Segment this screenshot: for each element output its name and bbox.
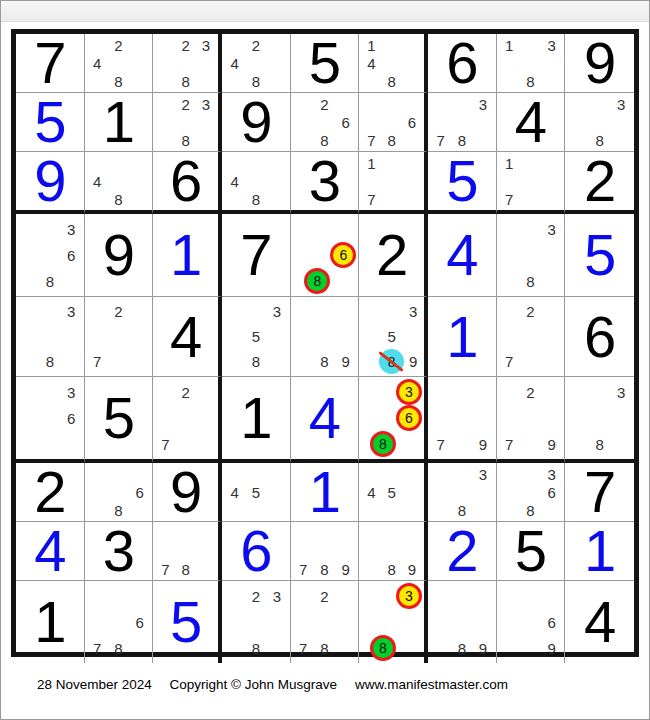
- candidate-slot-7: 7: [87, 635, 108, 661]
- candidate-8: 8: [181, 132, 189, 149]
- candidate-slot-1-empty: [499, 216, 520, 242]
- candidate-slot-6: 6: [129, 483, 150, 501]
- candidate-slot-1-empty: [155, 95, 175, 113]
- candidate-slot-5-empty: [314, 609, 335, 635]
- candidate-4: 4: [367, 484, 375, 501]
- cell-r8c5[interactable]: 789: [291, 522, 360, 581]
- solved-digit: 6: [240, 522, 271, 580]
- candidate-slot-1-empty: [87, 299, 108, 324]
- cell-r2c9[interactable]: 38: [565, 93, 634, 152]
- cell-r8c4[interactable]: 6: [222, 522, 291, 581]
- candidate-3: 3: [617, 96, 625, 113]
- candidate-slot-9: 9: [402, 560, 422, 578]
- cell-r3c5[interactable]: 3: [291, 152, 360, 214]
- candidate-slot-6: 6: [402, 113, 422, 131]
- candidate-1: 1: [505, 155, 513, 172]
- cell-r1c6[interactable]: 148: [359, 34, 428, 93]
- candidate-slot-1-empty: [430, 95, 451, 113]
- candidate-3: 3: [273, 303, 281, 320]
- candidate-slot-9-empty: [196, 431, 216, 457]
- candidate-7: 7: [93, 640, 101, 657]
- cell-r4c2[interactable]: 9: [85, 214, 154, 297]
- cell-r1c1[interactable]: 7: [16, 34, 85, 93]
- cell-r3c7[interactable]: 5: [428, 152, 497, 214]
- pencil-marks: 48: [85, 152, 153, 210]
- cell-r4c1[interactable]: 368: [16, 214, 85, 297]
- cell-r3c2[interactable]: 48: [85, 152, 154, 214]
- cell-r8c8[interactable]: 5: [497, 522, 566, 581]
- cell-r7c9[interactable]: 7: [565, 463, 634, 522]
- cell-r7c3[interactable]: 9: [153, 463, 222, 522]
- cell-r8c2[interactable]: 3: [85, 522, 154, 581]
- candidate-7: 7: [161, 561, 169, 578]
- candidate-slot-5-empty: [314, 324, 335, 349]
- candidate-slot-6-empty: [266, 324, 287, 349]
- cell-r6c9[interactable]: 38: [565, 377, 634, 463]
- candidate-1: 1: [505, 37, 513, 54]
- candidate-slot-8: 8: [39, 349, 60, 374]
- cell-r2c6[interactable]: 678: [359, 93, 428, 152]
- cell-r2c4[interactable]: 9: [222, 93, 291, 152]
- cell-r7c1[interactable]: 2: [16, 463, 85, 522]
- candidate-slot-6: 6: [60, 405, 81, 431]
- cell-r8c1[interactable]: 4: [16, 522, 85, 581]
- cell-r2c2[interactable]: 1: [85, 93, 154, 152]
- candidate-slot-2-empty: [382, 95, 402, 113]
- cell-r5c3[interactable]: 4: [153, 297, 222, 377]
- cell-r3c8[interactable]: 17: [497, 152, 566, 214]
- candidate-8: 8: [387, 561, 395, 578]
- pencil-marks: 38: [565, 93, 634, 151]
- candidate-slot-8: 8: [314, 131, 335, 149]
- pencil-marks: 148: [359, 34, 424, 92]
- candidate-slot-5-empty: [245, 54, 266, 72]
- candidate-6: 6: [67, 247, 75, 264]
- cell-r5c5[interactable]: 89: [291, 297, 360, 377]
- candidate-slot-2: 2: [108, 36, 129, 54]
- cell-r5c2[interactable]: 27: [85, 297, 154, 377]
- cell-r5c8[interactable]: 27: [497, 297, 566, 377]
- candidate-slot-7-empty: [87, 190, 108, 208]
- candidate-slot-4-empty: [499, 172, 520, 190]
- candidate-slot-8: 8: [176, 560, 196, 578]
- candidate-slot-6-empty: [196, 113, 216, 131]
- candidate-slot-2-empty: [108, 465, 129, 483]
- cell-r7c6[interactable]: 45: [359, 463, 428, 522]
- cell-r9c6[interactable]: 38: [359, 581, 428, 663]
- candidate-slot-3-empty: [541, 379, 562, 405]
- cell-r9c3[interactable]: 5: [153, 581, 222, 663]
- candidate-2: 2: [181, 37, 189, 54]
- cell-r7c4[interactable]: 45: [222, 463, 291, 522]
- cell-r8c9[interactable]: 1: [565, 522, 634, 581]
- cell-r2c3[interactable]: 238: [153, 93, 222, 152]
- candidate-slot-6-empty: [610, 405, 632, 431]
- cell-r9c8[interactable]: 69: [497, 581, 566, 663]
- candidate-8: 8: [320, 640, 328, 657]
- candidate-slot-1-empty: [361, 95, 381, 113]
- given-digit: 6: [584, 308, 615, 366]
- footer: 28 November 2024 Copyright © John Musgra…: [37, 677, 522, 692]
- cell-r6c4[interactable]: 1: [222, 377, 291, 463]
- candidate-4: 4: [93, 55, 101, 72]
- candidate-slot-8-empty: [520, 431, 541, 457]
- candidate-slot-9-empty: [335, 635, 356, 661]
- cell-r6c2[interactable]: 5: [85, 377, 154, 463]
- candidate-slot-4-empty: [87, 609, 108, 635]
- cell-r4c7[interactable]: 4: [428, 214, 497, 297]
- candidate-slot-4-empty: [155, 113, 175, 131]
- candidate-2: 2: [320, 96, 328, 113]
- cell-r4c9[interactable]: 5: [565, 214, 634, 297]
- candidate-3: 3: [617, 384, 625, 401]
- cell-r7c2[interactable]: 68: [85, 463, 154, 522]
- candidate-slot-6-empty: [266, 172, 287, 190]
- cell-r1c5[interactable]: 5: [291, 34, 360, 93]
- candidate-slot-2-empty: [382, 524, 402, 542]
- candidate-slot-7-empty: [18, 268, 39, 294]
- candidate-slot-3-empty: [129, 465, 150, 483]
- candidate-slot-5-empty: [520, 242, 541, 268]
- candidate-slot-5: 5: [245, 324, 266, 349]
- candidate-slot-9-empty: [541, 501, 562, 519]
- candidate-slot-6-empty: [402, 483, 422, 501]
- candidate-slot-3: 3: [472, 95, 493, 113]
- candidate-slot-4-empty: [293, 542, 314, 560]
- candidate-slot-3: 3: [396, 583, 422, 609]
- pencil-marks: 38: [16, 297, 84, 376]
- solved-digit: 5: [584, 226, 615, 284]
- candidate-slot-2: 2: [245, 583, 266, 609]
- cell-r3c1[interactable]: 9: [16, 152, 85, 214]
- cell-r3c6[interactable]: 17: [359, 152, 428, 214]
- candidate-8: 8: [252, 640, 260, 657]
- candidate-slot-5: 5: [379, 324, 404, 349]
- cell-r7c7[interactable]: 38: [428, 463, 497, 522]
- cell-r3c9[interactable]: 2: [565, 152, 634, 214]
- candidate-slot-1-empty: [293, 216, 305, 242]
- candidate-2: 2: [526, 384, 534, 401]
- candidate-slot-9-empty: [541, 349, 562, 374]
- candidate-slot-1-empty: [361, 465, 381, 483]
- candidate-slot-9-empty: [196, 72, 216, 90]
- candidate-slot-3-empty: [266, 36, 287, 54]
- candidate-slot-3: 3: [472, 465, 493, 483]
- candidate-slot-3-empty: [402, 95, 422, 113]
- cell-r4c4[interactable]: 7: [222, 214, 291, 297]
- candidate-slot-1: 1: [361, 36, 381, 54]
- candidate-slot-5-empty: [451, 113, 472, 131]
- candidate-slot-3-empty: [196, 379, 216, 405]
- candidate-slot-5-empty: [176, 405, 196, 431]
- candidate-slot-2-empty: [520, 465, 541, 483]
- candidate-slot-5-empty: [108, 172, 129, 190]
- pencil-marks: 17: [497, 152, 565, 210]
- candidate-slot-7-empty: [293, 349, 314, 374]
- candidate-6: 6: [136, 614, 144, 631]
- cell-r8c3[interactable]: 78: [153, 522, 222, 581]
- candidate-slot-3-empty: [402, 36, 422, 54]
- candidate-slot-6-empty: [472, 609, 493, 635]
- candidate-slot-2-empty: [39, 379, 60, 405]
- candidate-slot-9: 9: [541, 635, 562, 661]
- candidate-slot-4-empty: [567, 113, 589, 131]
- cell-r5c7[interactable]: 1: [428, 297, 497, 377]
- candidate-7: 7: [436, 132, 444, 149]
- pencil-marks: 3589: [359, 297, 424, 376]
- candidate-slot-3-empty: [472, 583, 493, 609]
- candidate-slot-5-empty: [520, 483, 541, 501]
- candidate-slot-2: 2: [245, 36, 266, 54]
- candidate-slot-1-empty: [18, 216, 39, 242]
- cell-r7c5[interactable]: 1: [291, 463, 360, 522]
- given-digit: 1: [34, 593, 65, 651]
- candidate-slot-6: 6: [60, 242, 81, 268]
- cell-r6c8[interactable]: 279: [497, 377, 566, 463]
- cell-r2c5[interactable]: 268: [291, 93, 360, 152]
- pencil-marks: 36: [16, 377, 84, 459]
- candidate-slot-6-empty: [266, 609, 287, 635]
- solved-digit: 4: [309, 389, 340, 447]
- candidate-slot-2-empty: [245, 299, 266, 324]
- candidate-slot-7: 7: [361, 190, 381, 208]
- candidate-9: 9: [479, 436, 487, 453]
- candidate-slot-5-empty: [520, 54, 541, 72]
- cell-r2c7[interactable]: 378: [428, 93, 497, 152]
- cell-r7c8[interactable]: 368: [497, 463, 566, 522]
- cell-r6c3[interactable]: 27: [153, 377, 222, 463]
- candidate-slot-6-empty: [129, 172, 150, 190]
- pencil-marks: 45: [222, 463, 290, 521]
- candidate-slot-7-empty: [499, 268, 520, 294]
- candidate-slot-5-empty: [245, 172, 266, 190]
- candidate-7: 7: [436, 436, 444, 453]
- candidate-slot-7-empty: [430, 635, 451, 661]
- candidate-slot-1-empty: [224, 299, 245, 324]
- given-digit: 3: [309, 152, 340, 210]
- candidate-slot-9-empty: [541, 268, 562, 294]
- candidate-6: 6: [136, 484, 144, 501]
- candidate-5: 5: [252, 328, 260, 345]
- cell-r9c7[interactable]: 89: [428, 581, 497, 663]
- cell-r9c4[interactable]: 238: [222, 581, 291, 663]
- candidate-slot-1-empty: [499, 299, 520, 324]
- candidate-slot-6: 6: [330, 242, 356, 268]
- candidate-3: 3: [273, 588, 281, 605]
- cell-r5c1[interactable]: 38: [16, 297, 85, 377]
- candidate-slot-4: 4: [224, 483, 245, 501]
- candidate-slot-1-empty: [293, 583, 314, 609]
- cell-r1c9[interactable]: 9: [565, 34, 634, 93]
- candidate-slot-6-empty: [472, 483, 493, 501]
- candidate-slot-9-empty: [129, 72, 150, 90]
- candidate-2: 2: [252, 37, 260, 54]
- candidate-slot-4: 4: [224, 54, 245, 72]
- candidate-slot-7-empty: [155, 72, 175, 90]
- candidate-8: 8: [114, 73, 122, 90]
- candidate-8: 8: [181, 73, 189, 90]
- candidate-slot-7-empty: [293, 131, 314, 149]
- candidate-8: 8: [595, 436, 603, 453]
- given-digit: 6: [170, 152, 201, 210]
- pencil-marks: 78: [153, 522, 218, 580]
- candidate-slot-9-empty: [129, 501, 150, 519]
- candidate-9: 9: [342, 353, 350, 370]
- candidate-8-elimination-highlight: 8: [379, 349, 404, 374]
- cell-r4c8[interactable]: 38: [497, 214, 566, 297]
- candidate-slot-8: 8: [370, 635, 396, 661]
- candidate-slot-1-empty: [224, 465, 245, 483]
- cell-r5c4[interactable]: 358: [222, 297, 291, 377]
- candidate-slot-7-empty: [361, 431, 370, 457]
- candidate-slot-9-empty: [402, 131, 422, 149]
- cell-r3c3[interactable]: 6: [153, 152, 222, 214]
- pencil-marks: 279: [497, 377, 565, 459]
- candidate-slot-8: 8: [176, 72, 196, 90]
- candidate-slot-8-empty: [382, 501, 402, 519]
- candidate-slot-2: 2: [314, 583, 335, 609]
- candidate-6: 6: [548, 484, 556, 501]
- candidate-slot-4-empty: [430, 609, 451, 635]
- given-digit: 2: [34, 463, 65, 521]
- pencil-marks: 358: [222, 297, 290, 376]
- candidate-slot-1-empty: [87, 154, 108, 172]
- cell-r9c5[interactable]: 278: [291, 581, 360, 663]
- cell-r6c7[interactable]: 79: [428, 377, 497, 463]
- candidate-slot-7-empty: [430, 501, 451, 519]
- candidate-slot-6-empty: [404, 324, 422, 349]
- candidate-2: 2: [181, 96, 189, 113]
- candidate-slot-6: 6: [396, 405, 422, 431]
- cell-r4c3[interactable]: 1: [153, 214, 222, 297]
- candidate-slot-1-empty: [18, 379, 39, 405]
- candidate-8: 8: [595, 132, 603, 149]
- candidate-slot-5-empty: [314, 542, 335, 560]
- candidate-slot-5-empty: [245, 609, 266, 635]
- cell-r9c1[interactable]: 1: [16, 581, 85, 663]
- candidate-slot-9-empty: [129, 349, 150, 374]
- candidate-slot-5-empty: [370, 405, 396, 431]
- candidate-7: 7: [505, 436, 513, 453]
- pencil-marks: 45: [359, 463, 424, 521]
- cell-r8c7[interactable]: 2: [428, 522, 497, 581]
- pencil-marks: 248: [85, 34, 153, 92]
- candidate-8: 8: [252, 73, 260, 90]
- candidate-slot-1-empty: [361, 524, 381, 542]
- candidate-9: 9: [548, 436, 556, 453]
- pencil-marks: 278: [291, 581, 359, 663]
- candidate-slot-2-empty: [451, 583, 472, 609]
- candidate-slot-4: 4: [87, 172, 108, 190]
- cell-r1c8[interactable]: 138: [497, 34, 566, 93]
- pencil-marks: 79: [428, 377, 496, 459]
- candidate-slot-9-empty: [541, 190, 562, 208]
- solved-digit: 4: [34, 522, 65, 580]
- candidate-slot-6: 6: [541, 483, 562, 501]
- candidate-slot-1-empty: [293, 524, 314, 542]
- cell-r6c5[interactable]: 4: [291, 377, 360, 463]
- cell-r8c6[interactable]: 89: [359, 522, 428, 581]
- candidate-slot-7-empty: [567, 431, 589, 457]
- cell-r4c6[interactable]: 2: [359, 214, 428, 297]
- pencil-marks: 89: [359, 522, 424, 580]
- candidate-slot-7: 7: [361, 131, 381, 149]
- candidate-slot-3: 3: [610, 379, 632, 405]
- candidate-slot-5-empty: [520, 609, 541, 635]
- cell-r6c1[interactable]: 36: [16, 377, 85, 463]
- candidate-slot-6-empty: [541, 172, 562, 190]
- candidate-9: 9: [479, 640, 487, 657]
- candidate-slot-7: 7: [293, 560, 314, 578]
- candidate-slot-9-empty: [266, 635, 287, 661]
- pencil-marks: 368: [497, 463, 565, 521]
- candidate-slot-8: 8: [382, 131, 402, 149]
- candidate-8-green-circle-highlight: 8: [370, 635, 396, 661]
- candidate-slot-8: 8: [520, 268, 541, 294]
- cell-r1c2[interactable]: 248: [85, 34, 154, 93]
- pencil-marks: 138: [497, 34, 565, 92]
- candidate-slot-6-empty: [266, 54, 287, 72]
- candidate-slot-7: 7: [155, 560, 175, 578]
- solved-digit: 5: [170, 593, 201, 651]
- candidate-slot-8-empty: [451, 431, 472, 457]
- candidate-slot-8: 8: [304, 268, 330, 294]
- candidate-slot-1-empty: [361, 299, 379, 324]
- candidate-slot-7-empty: [87, 72, 108, 90]
- candidate-slot-6-empty: [266, 483, 287, 501]
- candidate-slot-3: 3: [196, 36, 216, 54]
- candidate-slot-2-empty: [370, 583, 396, 609]
- given-digit: 5: [309, 34, 340, 92]
- candidate-slot-9-empty: [129, 635, 150, 661]
- cell-r3c4[interactable]: 48: [222, 152, 291, 214]
- cell-r2c1[interactable]: 5: [16, 93, 85, 152]
- candidate-slot-3-empty: [402, 154, 422, 172]
- candidate-slot-9: 9: [404, 349, 422, 374]
- candidate-slot-1-empty: [224, 36, 245, 54]
- cell-r5c6[interactable]: 3589: [359, 297, 428, 377]
- candidate-slot-7-empty: [224, 190, 245, 208]
- candidate-slot-9: 9: [335, 349, 356, 374]
- candidate-slot-4-empty: [155, 542, 175, 560]
- candidate-slot-5-empty: [451, 609, 472, 635]
- cell-r4c5[interactable]: 68: [291, 214, 360, 297]
- cell-r9c9[interactable]: 4: [565, 581, 634, 663]
- candidate-slot-5-empty: [382, 113, 402, 131]
- candidate-slot-8: 8: [314, 560, 335, 578]
- candidate-4: 4: [230, 55, 238, 72]
- candidate-slot-4-empty: [361, 324, 379, 349]
- cell-r5c9[interactable]: 6: [565, 297, 634, 377]
- candidate-slot-3: 3: [266, 299, 287, 324]
- cell-r1c4[interactable]: 248: [222, 34, 291, 93]
- cell-r9c2[interactable]: 678: [85, 581, 154, 663]
- candidate-slot-2-empty: [176, 524, 196, 542]
- cell-r2c8[interactable]: 4: [497, 93, 566, 152]
- cell-r1c7[interactable]: 6: [428, 34, 497, 93]
- cell-r6c6[interactable]: 368: [359, 377, 428, 463]
- cell-r1c3[interactable]: 238: [153, 34, 222, 93]
- candidate-slot-5-empty: [370, 609, 396, 635]
- pencil-marks: 68: [85, 463, 153, 521]
- candidate-slot-7-empty: [224, 501, 245, 519]
- candidate-slot-2: 2: [108, 299, 129, 324]
- candidate-slot-2-empty: [245, 154, 266, 172]
- candidate-slot-5-empty: [176, 542, 196, 560]
- pencil-marks: 238: [153, 34, 218, 92]
- candidate-slot-1-empty: [361, 379, 370, 405]
- pencil-marks: 248: [222, 34, 290, 92]
